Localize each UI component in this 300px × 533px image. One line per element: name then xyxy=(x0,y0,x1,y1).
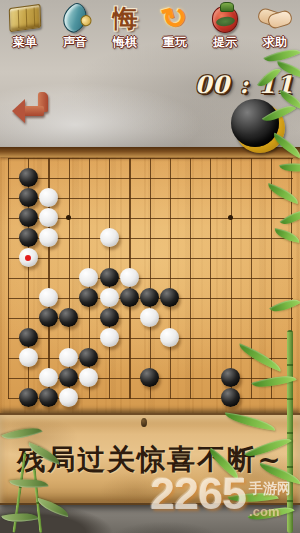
intersection-c8r5[interactable] xyxy=(140,228,160,248)
intersection-c12r11[interactable] xyxy=(221,348,241,368)
intersection-c5r10[interactable] xyxy=(79,328,99,348)
intersection-c10r2[interactable] xyxy=(180,168,200,188)
white-stone xyxy=(160,328,179,347)
intersection-c9r5[interactable] xyxy=(160,228,180,248)
toolbar-label: 重玩 xyxy=(163,35,187,49)
gomoku-board[interactable] xyxy=(0,147,300,413)
intersection-c15r2[interactable] xyxy=(281,168,300,188)
black-stone xyxy=(59,368,78,387)
intersection-c7r2[interactable] xyxy=(119,168,139,188)
intersection-c8r8[interactable] xyxy=(140,288,160,308)
intersection-c12r4[interactable] xyxy=(221,208,241,228)
intersection-c3r1[interactable] xyxy=(38,148,58,168)
intersection-c2r12[interactable] xyxy=(18,368,38,388)
intersection-c4r10[interactable] xyxy=(59,328,79,348)
intersection-c10r10[interactable] xyxy=(180,328,200,348)
watermark-suffix: 手游网 xyxy=(249,480,291,498)
intersection-c5r1[interactable] xyxy=(79,148,99,168)
black-stone xyxy=(120,288,139,307)
intersection-c5r2[interactable] xyxy=(79,168,99,188)
intersection-c11r6[interactable] xyxy=(200,248,220,268)
intersection-c11r10[interactable] xyxy=(200,328,220,348)
white-stone xyxy=(79,368,98,387)
intersection-c9r3[interactable] xyxy=(160,188,180,208)
intersection-c1r7[interactable] xyxy=(0,268,18,288)
white-stone xyxy=(39,188,58,207)
scroll-icon xyxy=(9,4,42,33)
intersection-c14r4[interactable] xyxy=(261,208,281,228)
white-stone xyxy=(100,228,119,247)
white-stone xyxy=(39,368,58,387)
intersection-c11r5[interactable] xyxy=(200,228,220,248)
intersection-c2r3[interactable] xyxy=(18,188,38,208)
pouch-icon xyxy=(212,6,238,33)
intersection-c7r8[interactable] xyxy=(119,288,139,308)
intersection-c14r6[interactable] xyxy=(261,248,281,268)
intersection-c8r1[interactable] xyxy=(140,148,160,168)
intersection-c10r3[interactable] xyxy=(180,188,200,208)
white-stone xyxy=(79,268,98,287)
intersection-c9r6[interactable] xyxy=(160,248,180,268)
intersection-c3r10[interactable] xyxy=(38,328,58,348)
intersection-c4r8[interactable] xyxy=(59,288,79,308)
board-grid[interactable] xyxy=(0,148,300,408)
black-stone xyxy=(140,288,159,307)
intersection-c2r7[interactable] xyxy=(18,268,38,288)
intersection-c12r3[interactable] xyxy=(221,188,241,208)
intersection-c15r6[interactable] xyxy=(281,248,300,268)
intersection-c5r6[interactable] xyxy=(79,248,99,268)
toolbar-label: 求助 xyxy=(263,35,287,49)
intersection-c8r3[interactable] xyxy=(140,188,160,208)
intersection-c1r1[interactable] xyxy=(0,148,18,168)
intersection-c11r12[interactable] xyxy=(200,368,220,388)
black-stone xyxy=(19,208,38,227)
intersection-c6r3[interactable] xyxy=(99,188,119,208)
toolbar-button-3[interactable]: 悔悔棋 xyxy=(102,0,148,49)
intersection-c13r6[interactable] xyxy=(241,248,261,268)
intersection-c10r13[interactable] xyxy=(180,388,200,408)
intersection-c6r10[interactable] xyxy=(99,328,119,348)
star-point xyxy=(228,215,233,220)
intersection-c1r8[interactable] xyxy=(0,288,18,308)
intersection-c10r5[interactable] xyxy=(180,228,200,248)
intersection-c15r4[interactable] xyxy=(281,208,300,228)
intersection-c3r13[interactable] xyxy=(38,388,58,408)
intersection-c13r11[interactable] xyxy=(241,348,261,368)
black-stone xyxy=(39,388,58,407)
intersection-c1r10[interactable] xyxy=(0,328,18,348)
intersection-c15r5[interactable] xyxy=(281,228,300,248)
intersection-c11r3[interactable] xyxy=(200,188,220,208)
intersection-c2r13[interactable] xyxy=(18,388,38,408)
intersection-c14r9[interactable] xyxy=(261,308,281,328)
intersection-c2r6[interactable] xyxy=(18,248,38,268)
watermark-number: 2265 xyxy=(150,472,246,516)
intersection-c4r12[interactable] xyxy=(59,368,79,388)
intersection-c7r3[interactable] xyxy=(119,188,139,208)
intersection-c9r1[interactable] xyxy=(160,148,180,168)
intersection-c6r11[interactable] xyxy=(99,348,119,368)
black-stone xyxy=(160,288,179,307)
intersection-c8r9[interactable] xyxy=(140,308,160,328)
intersection-c7r5[interactable] xyxy=(119,228,139,248)
intersection-c1r4[interactable] xyxy=(0,208,18,228)
intersection-c6r2[interactable] xyxy=(99,168,119,188)
intersection-c9r8[interactable] xyxy=(160,288,180,308)
intersection-c1r13[interactable] xyxy=(0,388,18,408)
intersection-c11r13[interactable] xyxy=(200,388,220,408)
intersection-c13r4[interactable] xyxy=(241,208,261,228)
white-stone xyxy=(39,228,58,247)
intersection-c4r7[interactable] xyxy=(59,268,79,288)
intersection-c13r12[interactable] xyxy=(241,368,261,388)
black-turn-stone-icon xyxy=(231,99,279,147)
toolbar: 菜单声音悔悔棋↻重玩提示求助 xyxy=(0,0,300,54)
intersection-c15r10[interactable] xyxy=(281,328,300,348)
white-stone xyxy=(100,328,119,347)
intersection-c7r10[interactable] xyxy=(119,328,139,348)
intersection-c12r12[interactable] xyxy=(221,368,241,388)
hui-character-icon: 悔 xyxy=(113,4,138,32)
intersection-c9r13[interactable] xyxy=(160,388,180,408)
toolbar-label: 提示 xyxy=(213,35,237,49)
black-stone xyxy=(39,308,58,327)
intersection-c3r8[interactable] xyxy=(38,288,58,308)
intersection-c3r7[interactable] xyxy=(38,268,58,288)
black-stone xyxy=(19,188,38,207)
timer: 00 : 11 xyxy=(184,70,294,99)
intersection-c3r11[interactable] xyxy=(38,348,58,368)
intersection-c1r5[interactable] xyxy=(0,228,18,248)
intersection-c6r13[interactable] xyxy=(99,388,119,408)
intersection-c7r13[interactable] xyxy=(119,388,139,408)
intersection-c2r1[interactable] xyxy=(18,148,38,168)
intersection-c7r7[interactable] xyxy=(119,268,139,288)
intersection-c6r6[interactable] xyxy=(99,248,119,268)
intersection-c3r12[interactable] xyxy=(38,368,58,388)
star-point xyxy=(66,215,71,220)
intersection-c4r3[interactable] xyxy=(59,188,79,208)
intersection-c14r7[interactable] xyxy=(261,268,281,288)
intersection-c8r10[interactable] xyxy=(140,328,160,348)
intersection-c5r12[interactable] xyxy=(79,368,99,388)
intersection-c11r4[interactable] xyxy=(200,208,220,228)
intersection-c12r7[interactable] xyxy=(221,268,241,288)
intersection-c6r7[interactable] xyxy=(99,268,119,288)
intersection-c7r6[interactable] xyxy=(119,248,139,268)
intersection-c4r11[interactable] xyxy=(59,348,79,368)
intersection-c6r1[interactable] xyxy=(99,148,119,168)
white-stone xyxy=(59,348,78,367)
intersection-c13r5[interactable] xyxy=(241,228,261,248)
intersection-c7r1[interactable] xyxy=(119,148,139,168)
intersection-c6r9[interactable] xyxy=(99,308,119,328)
intersection-c13r8[interactable] xyxy=(241,288,261,308)
toolbar-button-5[interactable]: 提示 xyxy=(202,0,248,49)
intersection-c2r11[interactable] xyxy=(18,348,38,368)
intersection-c15r3[interactable] xyxy=(281,188,300,208)
intersection-c3r4[interactable] xyxy=(38,208,58,228)
intersection-c3r9[interactable] xyxy=(38,308,58,328)
intersection-c4r5[interactable] xyxy=(59,228,79,248)
handshake-icon xyxy=(258,6,292,30)
intersection-c7r12[interactable] xyxy=(119,368,139,388)
intersection-c11r7[interactable] xyxy=(200,268,220,288)
black-stone xyxy=(221,368,240,387)
intersection-c12r9[interactable] xyxy=(221,308,241,328)
intersection-c8r6[interactable] xyxy=(140,248,160,268)
intersection-c5r7[interactable] xyxy=(79,268,99,288)
intersection-c15r7[interactable] xyxy=(281,268,300,288)
intersection-c1r6[interactable] xyxy=(0,248,18,268)
intersection-c4r9[interactable] xyxy=(59,308,79,328)
black-stone xyxy=(221,388,240,407)
intersection-c10r7[interactable] xyxy=(180,268,200,288)
intersection-c6r8[interactable] xyxy=(99,288,119,308)
intersection-c2r9[interactable] xyxy=(18,308,38,328)
watermark: 2265 手游网 .com xyxy=(150,472,291,519)
intersection-c12r8[interactable] xyxy=(221,288,241,308)
intersection-c2r2[interactable] xyxy=(18,168,38,188)
intersection-c10r12[interactable] xyxy=(180,368,200,388)
intersection-c11r9[interactable] xyxy=(200,308,220,328)
white-stone xyxy=(39,208,58,227)
white-stone xyxy=(140,308,159,327)
intersection-c13r3[interactable] xyxy=(241,188,261,208)
intersection-c4r13[interactable] xyxy=(59,388,79,408)
intersection-c4r4[interactable] xyxy=(59,208,79,228)
toolbar-button-1[interactable]: 菜单 xyxy=(2,0,48,49)
intersection-c9r9[interactable] xyxy=(160,308,180,328)
intersection-c13r2[interactable] xyxy=(241,168,261,188)
intersection-c10r6[interactable] xyxy=(180,248,200,268)
intersection-c5r9[interactable] xyxy=(79,308,99,328)
horn-icon xyxy=(57,0,92,35)
white-stone xyxy=(59,388,78,407)
intersection-c8r12[interactable] xyxy=(140,368,160,388)
intersection-c8r2[interactable] xyxy=(140,168,160,188)
intersection-c14r5[interactable] xyxy=(261,228,281,248)
intersection-c12r10[interactable] xyxy=(221,328,241,348)
turn-indicator xyxy=(231,99,285,153)
intersection-c8r11[interactable] xyxy=(140,348,160,368)
intersection-c15r13[interactable] xyxy=(281,388,300,408)
toolbar-button-4[interactable]: ↻重玩 xyxy=(152,0,198,49)
intersection-c2r8[interactable] xyxy=(18,288,38,308)
white-stone xyxy=(39,288,58,307)
back-button[interactable] xyxy=(12,88,54,128)
intersection-c8r13[interactable] xyxy=(140,388,160,408)
toolbar-button-6[interactable]: 求助 xyxy=(252,0,298,49)
intersection-c13r7[interactable] xyxy=(241,268,261,288)
intersection-c3r5[interactable] xyxy=(38,228,58,248)
white-stone xyxy=(100,288,119,307)
intersection-c7r11[interactable] xyxy=(119,348,139,368)
black-stone xyxy=(59,308,78,327)
intersection-c8r4[interactable] xyxy=(140,208,160,228)
intersection-c3r6[interactable] xyxy=(38,248,58,268)
intersection-c13r9[interactable] xyxy=(241,308,261,328)
intersection-c15r8[interactable] xyxy=(281,288,300,308)
intersection-c11r1[interactable] xyxy=(200,148,220,168)
black-stone xyxy=(79,288,98,307)
intersection-c5r3[interactable] xyxy=(79,188,99,208)
intersection-c15r11[interactable] xyxy=(281,348,300,368)
intersection-c11r2[interactable] xyxy=(200,168,220,188)
intersection-c1r11[interactable] xyxy=(0,348,18,368)
replay-icon: ↻ xyxy=(159,0,191,35)
intersection-c10r9[interactable] xyxy=(180,308,200,328)
intersection-c5r4[interactable] xyxy=(79,208,99,228)
intersection-c1r9[interactable] xyxy=(0,308,18,328)
intersection-c12r13[interactable] xyxy=(221,388,241,408)
intersection-c3r3[interactable] xyxy=(38,188,58,208)
intersection-c9r7[interactable] xyxy=(160,268,180,288)
black-stone xyxy=(100,268,119,287)
white-stone xyxy=(19,248,38,267)
intersection-c14r12[interactable] xyxy=(261,368,281,388)
watermark-domain: .com xyxy=(249,504,291,519)
intersection-c5r5[interactable] xyxy=(79,228,99,248)
intersection-c3r2[interactable] xyxy=(38,168,58,188)
intersection-c14r11[interactable] xyxy=(261,348,281,368)
intersection-c15r12[interactable] xyxy=(281,368,300,388)
white-stone xyxy=(19,348,38,367)
black-stone xyxy=(100,308,119,327)
intersection-c10r1[interactable] xyxy=(180,148,200,168)
intersection-c11r11[interactable] xyxy=(200,348,220,368)
intersection-c6r5[interactable] xyxy=(99,228,119,248)
intersection-c9r4[interactable] xyxy=(160,208,180,228)
intersection-c1r3[interactable] xyxy=(0,188,18,208)
intersection-c2r10[interactable] xyxy=(18,328,38,348)
intersection-c13r13[interactable] xyxy=(241,388,261,408)
intersection-c10r8[interactable] xyxy=(180,288,200,308)
black-stone xyxy=(19,328,38,347)
intersection-c1r2[interactable] xyxy=(0,168,18,188)
intersection-c6r4[interactable] xyxy=(99,208,119,228)
intersection-c12r6[interactable] xyxy=(221,248,241,268)
intersection-c10r11[interactable] xyxy=(180,348,200,368)
intersection-c4r2[interactable] xyxy=(59,168,79,188)
intersection-c14r3[interactable] xyxy=(261,188,281,208)
intersection-c11r8[interactable] xyxy=(200,288,220,308)
intersection-c5r11[interactable] xyxy=(79,348,99,368)
intersection-c15r9[interactable] xyxy=(281,308,300,328)
intersection-c14r8[interactable] xyxy=(261,288,281,308)
black-stone xyxy=(19,168,38,187)
intersection-c12r2[interactable] xyxy=(221,168,241,188)
intersection-c8r7[interactable] xyxy=(140,268,160,288)
toolbar-button-2[interactable]: 声音 xyxy=(52,0,98,49)
black-stone xyxy=(19,388,38,407)
intersection-c5r13[interactable] xyxy=(79,388,99,408)
intersection-c5r8[interactable] xyxy=(79,288,99,308)
intersection-c14r10[interactable] xyxy=(261,328,281,348)
intersection-c12r5[interactable] xyxy=(221,228,241,248)
intersection-c2r4[interactable] xyxy=(18,208,38,228)
intersection-c10r4[interactable] xyxy=(180,208,200,228)
black-stone xyxy=(140,368,159,387)
toolbar-label: 声音 xyxy=(63,35,87,49)
last-move-marker xyxy=(25,255,31,261)
black-stone xyxy=(19,228,38,247)
intersection-c4r6[interactable] xyxy=(59,248,79,268)
game-screen: 菜单声音悔悔棋↻重玩提示求助 00 : 11 残局过关惊喜不断~ 2265 手游… xyxy=(0,0,300,533)
intersection-c9r12[interactable] xyxy=(160,368,180,388)
intersection-c9r2[interactable] xyxy=(160,168,180,188)
intersection-c1r12[interactable] xyxy=(0,368,18,388)
white-stone xyxy=(120,268,139,287)
intersection-c14r2[interactable] xyxy=(261,168,281,188)
intersection-c14r13[interactable] xyxy=(261,388,281,408)
intersection-c2r5[interactable] xyxy=(18,228,38,248)
toolbar-label: 悔棋 xyxy=(113,35,137,49)
intersection-c7r9[interactable] xyxy=(119,308,139,328)
toolbar-label: 菜单 xyxy=(13,35,37,49)
intersection-c7r4[interactable] xyxy=(119,208,139,228)
intersection-c6r12[interactable] xyxy=(99,368,119,388)
banner-nail xyxy=(141,418,147,427)
intersection-c9r11[interactable] xyxy=(160,348,180,368)
intersection-c4r1[interactable] xyxy=(59,148,79,168)
black-stone xyxy=(79,348,98,367)
intersection-c9r10[interactable] xyxy=(160,328,180,348)
intersection-c13r10[interactable] xyxy=(241,328,261,348)
